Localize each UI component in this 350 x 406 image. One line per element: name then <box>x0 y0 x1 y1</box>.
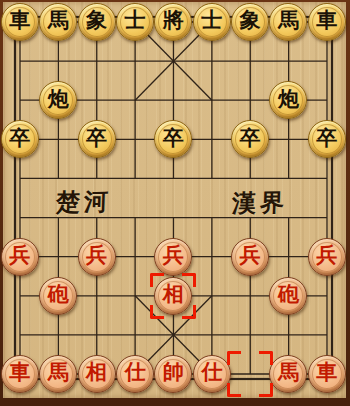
board-cell[interactable]: 士 <box>116 2 154 41</box>
piece-face: 馬 <box>273 359 303 389</box>
board-cell[interactable] <box>39 120 77 159</box>
board-cell[interactable] <box>192 315 230 354</box>
board-cell[interactable]: 兵 <box>231 237 269 276</box>
piece-label: 卒 <box>240 128 261 149</box>
piece-face: 砲 <box>43 281 73 311</box>
piece-red-soldier[interactable]: 兵 <box>308 238 346 276</box>
piece-face: 士 <box>197 7 227 37</box>
board-cell[interactable] <box>154 159 192 198</box>
board-cell[interactable] <box>269 159 307 198</box>
board-cell[interactable]: 卒 <box>154 120 192 159</box>
piece-face: 相 <box>158 281 188 311</box>
piece-face: 車 <box>312 7 342 37</box>
board-cell[interactable] <box>269 42 307 81</box>
board-cell[interactable]: 車 <box>308 2 346 41</box>
board-cell[interactable]: 馬 <box>269 354 307 393</box>
board-cell[interactable]: 炮 <box>269 81 307 120</box>
piece-face: 炮 <box>43 85 73 115</box>
board-cell[interactable] <box>269 315 307 354</box>
piece-red-soldier[interactable]: 兵 <box>1 238 39 276</box>
board-cell[interactable]: 車 <box>308 354 346 393</box>
piece-face: 將 <box>158 7 188 37</box>
board-cell[interactable] <box>308 159 346 198</box>
piece-face: 士 <box>120 7 150 37</box>
piece-face: 車 <box>5 359 35 389</box>
piece-label: 砲 <box>48 284 69 305</box>
board-cell[interactable] <box>1 315 39 354</box>
piece-face: 卒 <box>312 124 342 154</box>
board-cell[interactable] <box>116 315 154 354</box>
board-cell[interactable]: 馬 <box>269 2 307 41</box>
piece-label: 卒 <box>163 128 184 149</box>
piece-label: 兵 <box>163 245 184 266</box>
board-cell[interactable] <box>192 120 230 159</box>
piece-label: 士 <box>201 10 222 31</box>
board-cell[interactable]: 相 <box>154 276 192 315</box>
piece-red-elephant[interactable]: 相 <box>154 277 192 315</box>
piece-label: 兵 <box>9 245 30 266</box>
board-cell[interactable]: 相 <box>77 354 115 393</box>
piece-face: 仕 <box>197 359 227 389</box>
board-cell[interactable]: 卒 <box>77 120 115 159</box>
piece-face: 炮 <box>273 85 303 115</box>
board-cell[interactable] <box>231 276 269 315</box>
board-cell[interactable]: 卒 <box>231 120 269 159</box>
piece-label: 仕 <box>201 362 222 383</box>
board-cell[interactable] <box>77 276 115 315</box>
piece-label: 炮 <box>278 89 299 110</box>
piece-label: 象 <box>240 10 261 31</box>
board-cell[interactable]: 仕 <box>116 354 154 393</box>
piece-label: 馬 <box>48 10 69 31</box>
board-cell[interactable]: 馬 <box>39 354 77 393</box>
piece-label: 帥 <box>163 362 184 383</box>
board-cell[interactable] <box>192 237 230 276</box>
board-cell[interactable]: 象 <box>231 2 269 41</box>
board-cell[interactable] <box>231 81 269 120</box>
piece-face: 兵 <box>5 242 35 272</box>
board-cell[interactable] <box>154 198 192 237</box>
board-cell[interactable]: 卒 <box>1 120 39 159</box>
piece-black-horse[interactable]: 馬 <box>39 3 77 41</box>
board-cell[interactable] <box>39 315 77 354</box>
piece-face: 卒 <box>158 124 188 154</box>
board-cell[interactable] <box>192 81 230 120</box>
piece-red-advisor[interactable]: 仕 <box>116 355 154 393</box>
piece-black-soldier[interactable]: 卒 <box>78 120 116 158</box>
piece-red-advisor[interactable]: 仕 <box>193 355 231 393</box>
piece-black-cannon[interactable]: 炮 <box>39 81 77 119</box>
piece-face: 馬 <box>43 7 73 37</box>
board-cell[interactable] <box>231 159 269 198</box>
piece-black-horse[interactable]: 馬 <box>269 3 307 41</box>
xiangqi-app: 楚河 漢界 車馬象士將士象馬車炮炮卒卒卒卒卒兵兵兵兵兵砲相砲車馬相仕帥仕馬車 <box>0 0 350 406</box>
piece-red-horse[interactable]: 馬 <box>269 355 307 393</box>
board-cell[interactable] <box>231 354 269 393</box>
board-cell[interactable]: 將 <box>154 2 192 41</box>
piece-face: 兵 <box>82 242 112 272</box>
piece-red-general[interactable]: 帥 <box>154 355 192 393</box>
piece-face: 車 <box>5 7 35 37</box>
board-cell[interactable] <box>116 237 154 276</box>
piece-red-horse[interactable]: 馬 <box>39 355 77 393</box>
board-cell[interactable] <box>116 276 154 315</box>
piece-label: 炮 <box>48 89 69 110</box>
piece-red-soldier[interactable]: 兵 <box>231 238 269 276</box>
piece-label: 車 <box>316 10 337 31</box>
board-cell[interactable]: 馬 <box>39 2 77 41</box>
piece-black-elephant[interactable]: 象 <box>78 3 116 41</box>
board-cell[interactable] <box>116 81 154 120</box>
piece-label: 砲 <box>278 284 299 305</box>
board-cell[interactable] <box>39 237 77 276</box>
piece-face: 卒 <box>235 124 265 154</box>
piece-black-advisor[interactable]: 士 <box>193 3 231 41</box>
piece-label: 卒 <box>316 128 337 149</box>
piece-red-soldier[interactable]: 兵 <box>154 238 192 276</box>
piece-face: 兵 <box>158 242 188 272</box>
piece-face: 仕 <box>120 359 150 389</box>
piece-face: 馬 <box>43 359 73 389</box>
board-cell[interactable] <box>231 315 269 354</box>
board-cell[interactable]: 兵 <box>77 237 115 276</box>
board-cell[interactable]: 士 <box>192 2 230 41</box>
board-cell[interactable] <box>308 81 346 120</box>
piece-red-chariot[interactable]: 車 <box>308 355 346 393</box>
board-grid: 車馬象士將士象馬車炮炮卒卒卒卒卒兵兵兵兵兵砲相砲車馬相仕帥仕馬車 <box>1 2 346 393</box>
piece-label: 將 <box>163 10 184 31</box>
piece-face: 象 <box>235 7 265 37</box>
board-cell[interactable] <box>1 42 39 81</box>
piece-face: 帥 <box>158 359 188 389</box>
board-cell[interactable] <box>192 42 230 81</box>
piece-label: 仕 <box>124 362 145 383</box>
piece-face: 兵 <box>312 242 342 272</box>
board-cell[interactable] <box>308 42 346 81</box>
board-cell[interactable]: 砲 <box>269 276 307 315</box>
board-cell[interactable]: 卒 <box>308 120 346 159</box>
board-cell[interactable] <box>308 198 346 237</box>
piece-face: 卒 <box>5 124 35 154</box>
piece-label: 馬 <box>278 362 299 383</box>
board-cell[interactable] <box>1 81 39 120</box>
piece-red-elephant[interactable]: 相 <box>78 355 116 393</box>
piece-face: 象 <box>82 7 112 37</box>
piece-label: 馬 <box>48 362 69 383</box>
board-cell[interactable]: 砲 <box>39 276 77 315</box>
piece-red-chariot[interactable]: 車 <box>1 355 39 393</box>
piece-black-soldier[interactable]: 卒 <box>308 120 346 158</box>
board-cell[interactable] <box>39 42 77 81</box>
piece-label: 車 <box>316 362 337 383</box>
board-cell[interactable]: 兵 <box>154 237 192 276</box>
piece-black-advisor[interactable]: 士 <box>116 3 154 41</box>
board-cell[interactable] <box>1 198 39 237</box>
board-cell[interactable]: 帥 <box>154 354 192 393</box>
board-cell[interactable] <box>77 198 115 237</box>
xiangqi-board: 楚河 漢界 車馬象士將士象馬車炮炮卒卒卒卒卒兵兵兵兵兵砲相砲車馬相仕帥仕馬車 <box>3 2 346 398</box>
board-cell[interactable] <box>39 159 77 198</box>
board-cell[interactable] <box>192 159 230 198</box>
board-cell[interactable] <box>39 198 77 237</box>
piece-label: 兵 <box>86 245 107 266</box>
piece-black-soldier[interactable]: 卒 <box>231 120 269 158</box>
board-cell[interactable] <box>77 81 115 120</box>
piece-black-chariot[interactable]: 車 <box>308 3 346 41</box>
board-cell[interactable] <box>269 198 307 237</box>
board-cell[interactable] <box>154 315 192 354</box>
board-cell[interactable] <box>231 198 269 237</box>
piece-label: 車 <box>9 10 30 31</box>
board-cell[interactable]: 兵 <box>308 237 346 276</box>
board-cell[interactable] <box>77 315 115 354</box>
board-cell[interactable] <box>192 198 230 237</box>
board-cell[interactable]: 車 <box>1 354 39 393</box>
board-cell[interactable] <box>192 276 230 315</box>
board-cell[interactable]: 象 <box>77 2 115 41</box>
piece-red-cannon[interactable]: 砲 <box>39 277 77 315</box>
piece-black-soldier[interactable]: 卒 <box>154 120 192 158</box>
piece-black-general[interactable]: 將 <box>154 3 192 41</box>
piece-black-cannon[interactable]: 炮 <box>269 81 307 119</box>
board-cell[interactable]: 仕 <box>192 354 230 393</box>
piece-red-cannon[interactable]: 砲 <box>269 277 307 315</box>
board-cell[interactable] <box>77 159 115 198</box>
board-cell[interactable] <box>1 276 39 315</box>
board-cell[interactable] <box>116 120 154 159</box>
piece-black-chariot[interactable]: 車 <box>1 3 39 41</box>
piece-face: 馬 <box>273 7 303 37</box>
board-cell[interactable]: 炮 <box>39 81 77 120</box>
board-cell[interactable] <box>308 315 346 354</box>
board-cell[interactable] <box>269 120 307 159</box>
piece-label: 象 <box>86 10 107 31</box>
piece-label: 士 <box>124 10 145 31</box>
board-cell[interactable] <box>1 159 39 198</box>
piece-label: 相 <box>163 284 184 305</box>
board-cell[interactable] <box>269 237 307 276</box>
piece-red-soldier[interactable]: 兵 <box>78 238 116 276</box>
last-move-from-marker <box>227 351 273 397</box>
piece-black-elephant[interactable]: 象 <box>231 3 269 41</box>
piece-label: 卒 <box>86 128 107 149</box>
piece-label: 兵 <box>316 245 337 266</box>
piece-label: 車 <box>9 362 30 383</box>
board-cell[interactable] <box>154 42 192 81</box>
piece-face: 車 <box>312 359 342 389</box>
piece-black-soldier[interactable]: 卒 <box>1 120 39 158</box>
board-cell[interactable] <box>116 159 154 198</box>
piece-face: 砲 <box>273 281 303 311</box>
board-cell[interactable] <box>116 42 154 81</box>
piece-face: 兵 <box>235 242 265 272</box>
piece-face: 卒 <box>82 124 112 154</box>
board-cell[interactable] <box>154 81 192 120</box>
board-cell[interactable]: 車 <box>1 2 39 41</box>
piece-label: 卒 <box>9 128 30 149</box>
board-cell[interactable] <box>231 42 269 81</box>
piece-label: 馬 <box>278 10 299 31</box>
board-cell[interactable] <box>77 42 115 81</box>
piece-label: 相 <box>86 362 107 383</box>
piece-face: 相 <box>82 359 112 389</box>
piece-label: 兵 <box>240 245 261 266</box>
board-cell[interactable] <box>116 198 154 237</box>
board-cell[interactable]: 兵 <box>1 237 39 276</box>
board-cell[interactable] <box>308 276 346 315</box>
